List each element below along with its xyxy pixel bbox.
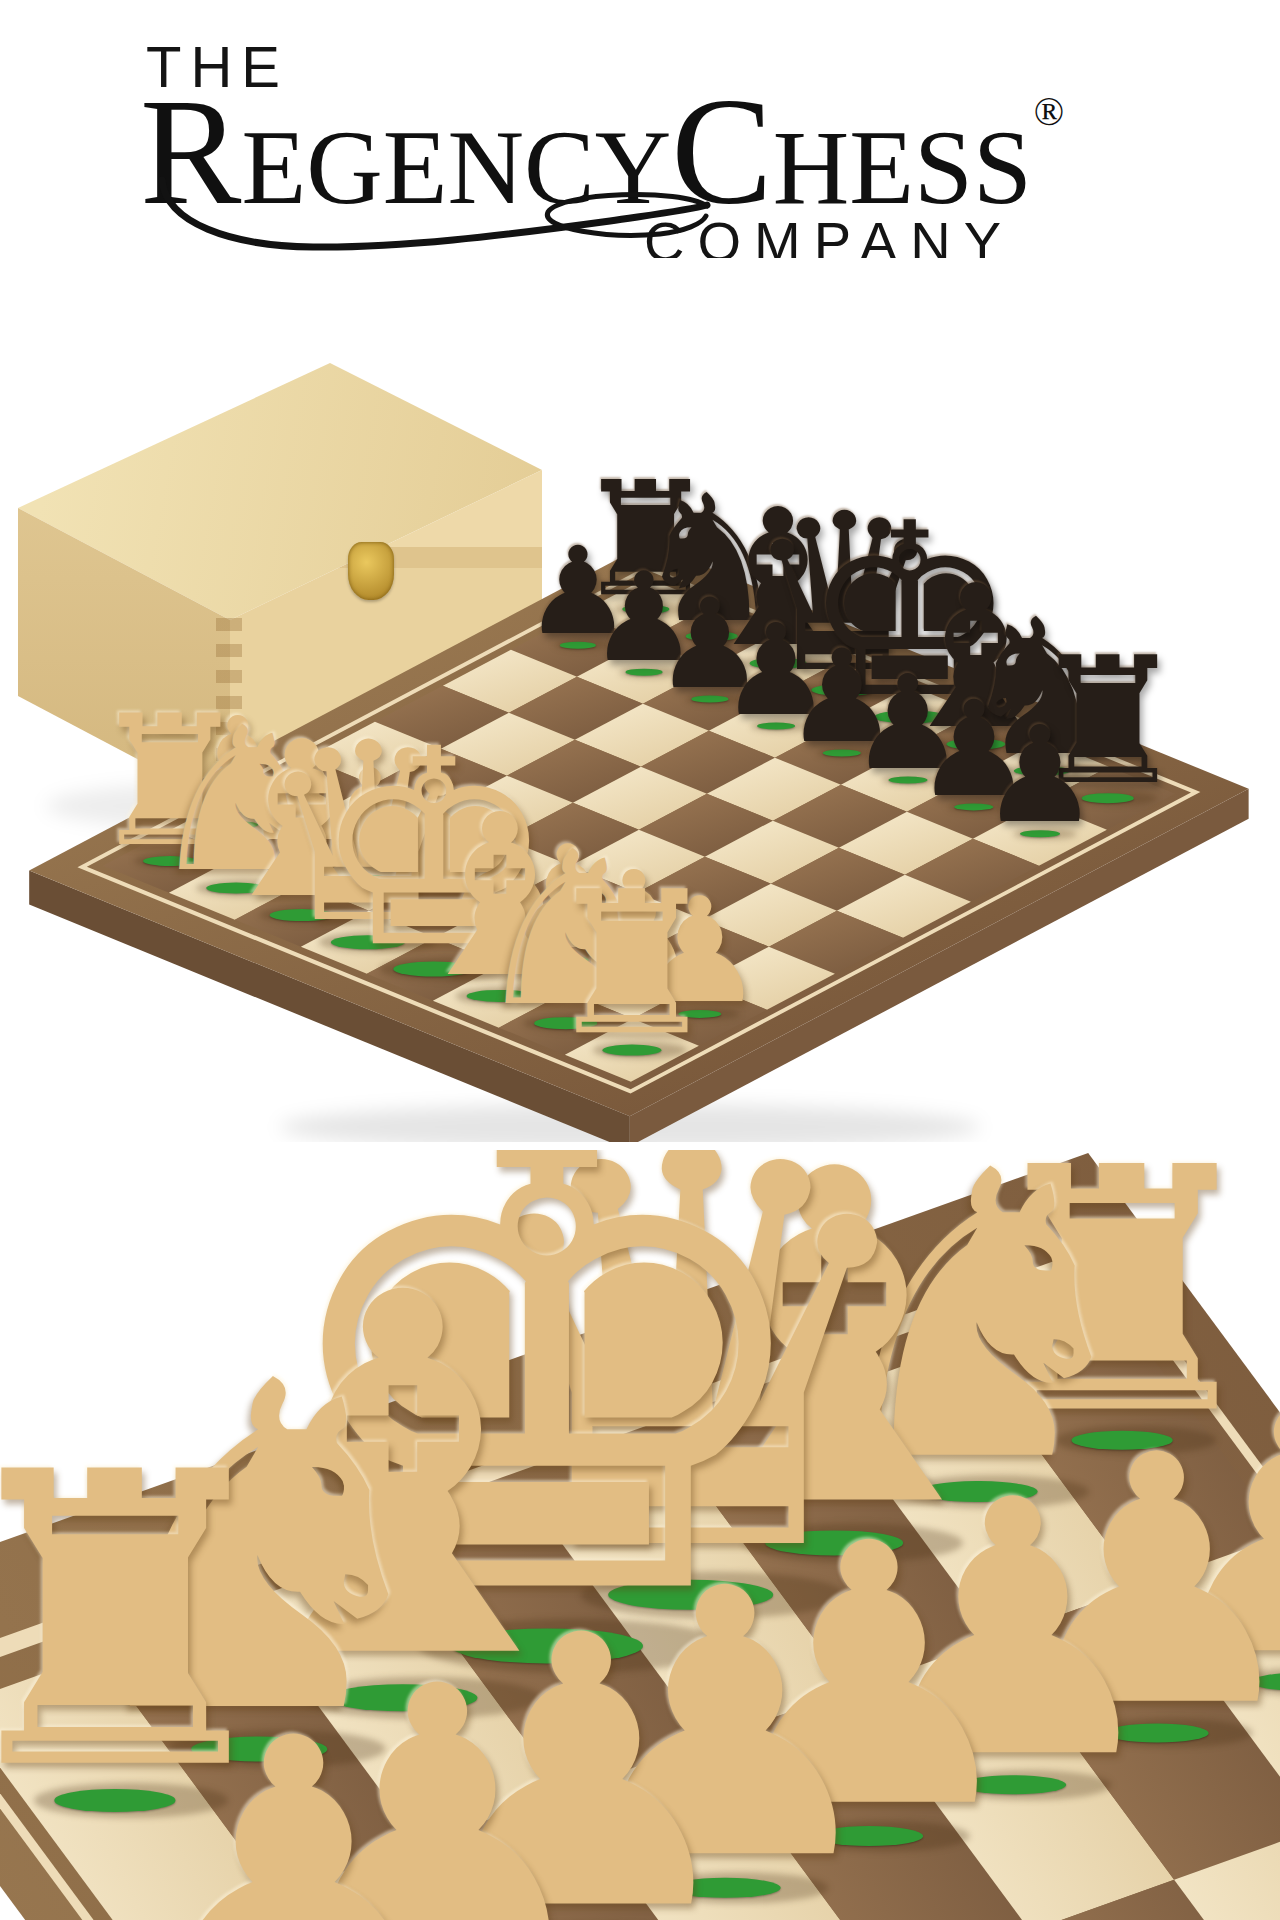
brand-word2-rest: HESS: [773, 109, 1032, 226]
brand-logo: THE REGENCYCHESS® COMPANY: [140, 28, 1020, 258]
product-photo-full-set: ♜♞♝♛♚♝♞♜♟♟♟♟♟♟♟♟♟♟♟♟♟♟♟♟♜♞♝♛♚♝♞♜: [0, 258, 1280, 1142]
pieces-layer: ♜♞♝♚♛♝♞♜♟♟♟♟♟♟♟♟: [0, 1150, 1280, 1920]
registered-trademark-icon: ®: [1034, 89, 1064, 134]
piece-white-pawn: ♟: [126, 1690, 461, 1920]
pieces-layer: ♜♞♝♛♚♝♞♜♟♟♟♟♟♟♟♟♟♟♟♟♟♟♟♟♜♞♝♛♚♝♞♜: [0, 258, 1280, 1142]
piece-black-pawn: ♟: [980, 709, 1099, 842]
brand-name: REGENCYCHESS®: [140, 76, 1062, 228]
brand-word1-initial: R: [140, 68, 241, 236]
piece-white-rook: ♜: [544, 865, 721, 1062]
product-photo-closeup: ♜♞♝♚♛♝♞♜♟♟♟♟♟♟♟♟: [0, 1150, 1280, 1920]
brand-word1-rest: EGENCY: [241, 109, 671, 226]
